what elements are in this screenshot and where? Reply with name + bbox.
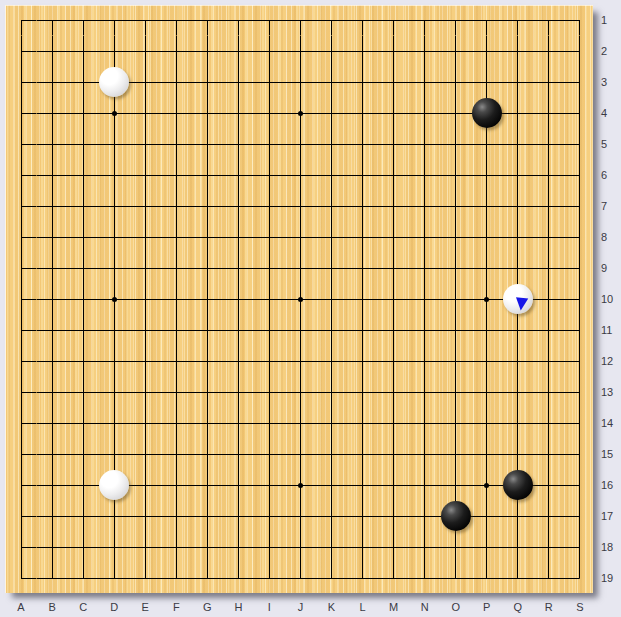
intersection-C9[interactable] [68, 253, 99, 284]
intersection-A10[interactable] [6, 284, 37, 315]
intersection-P13[interactable] [471, 377, 502, 408]
intersection-A8[interactable] [6, 222, 37, 253]
intersection-S15[interactable] [564, 439, 595, 470]
intersection-M3[interactable] [378, 67, 409, 98]
intersection-D3[interactable]: ○ [99, 67, 130, 98]
intersection-C5[interactable] [68, 129, 99, 160]
intersection-R16[interactable] [533, 470, 564, 501]
intersection-K1[interactable] [316, 5, 347, 36]
intersection-Q16[interactable]: ● [502, 470, 533, 501]
intersection-M10[interactable] [378, 284, 409, 315]
intersection-Q19[interactable] [502, 563, 533, 594]
intersection-E18[interactable] [130, 532, 161, 563]
intersection-A14[interactable] [6, 408, 37, 439]
intersection-H10[interactable] [223, 284, 254, 315]
intersection-N7[interactable] [409, 191, 440, 222]
intersection-M16[interactable] [378, 470, 409, 501]
intersection-L9[interactable] [347, 253, 378, 284]
intersection-N18[interactable] [409, 532, 440, 563]
intersection-L18[interactable] [347, 532, 378, 563]
intersection-N4[interactable] [409, 98, 440, 129]
intersection-R13[interactable] [533, 377, 564, 408]
intersection-P11[interactable] [471, 315, 502, 346]
intersection-C6[interactable] [68, 160, 99, 191]
intersection-L11[interactable] [347, 315, 378, 346]
intersection-A13[interactable] [6, 377, 37, 408]
intersection-S8[interactable] [564, 222, 595, 253]
intersection-C4[interactable] [68, 98, 99, 129]
intersection-P17[interactable] [471, 501, 502, 532]
intersection-J12[interactable] [285, 346, 316, 377]
intersection-K7[interactable] [316, 191, 347, 222]
intersection-B5[interactable] [37, 129, 68, 160]
intersection-C17[interactable] [68, 501, 99, 532]
intersection-Q17[interactable] [502, 501, 533, 532]
intersection-D5[interactable] [99, 129, 130, 160]
intersection-F19[interactable] [161, 563, 192, 594]
intersection-E19[interactable] [130, 563, 161, 594]
intersection-N17[interactable] [409, 501, 440, 532]
intersection-G14[interactable] [192, 408, 223, 439]
intersection-R5[interactable] [533, 129, 564, 160]
intersection-M5[interactable] [378, 129, 409, 160]
intersection-S3[interactable] [564, 67, 595, 98]
intersection-R17[interactable] [533, 501, 564, 532]
intersection-Q14[interactable] [502, 408, 533, 439]
intersection-K5[interactable] [316, 129, 347, 160]
intersection-O14[interactable] [440, 408, 471, 439]
intersection-G11[interactable] [192, 315, 223, 346]
intersection-K14[interactable] [316, 408, 347, 439]
intersection-E8[interactable] [130, 222, 161, 253]
intersection-A7[interactable] [6, 191, 37, 222]
intersection-P7[interactable] [471, 191, 502, 222]
intersection-K11[interactable] [316, 315, 347, 346]
intersection-G16[interactable] [192, 470, 223, 501]
intersection-K10[interactable] [316, 284, 347, 315]
intersection-N8[interactable] [409, 222, 440, 253]
intersection-C8[interactable] [68, 222, 99, 253]
intersection-C12[interactable] [68, 346, 99, 377]
intersection-P1[interactable] [471, 5, 502, 36]
intersection-O18[interactable] [440, 532, 471, 563]
intersection-Q3[interactable] [502, 67, 533, 98]
intersection-G15[interactable] [192, 439, 223, 470]
intersection-P15[interactable] [471, 439, 502, 470]
intersection-K3[interactable] [316, 67, 347, 98]
intersection-Q10[interactable]: ○ [502, 284, 533, 315]
intersection-L2[interactable] [347, 36, 378, 67]
intersection-I5[interactable] [254, 129, 285, 160]
intersection-J4[interactable] [285, 98, 316, 129]
intersection-G5[interactable] [192, 129, 223, 160]
intersection-M1[interactable] [378, 5, 409, 36]
intersection-Q11[interactable] [502, 315, 533, 346]
intersection-B8[interactable] [37, 222, 68, 253]
intersection-G17[interactable] [192, 501, 223, 532]
intersection-R12[interactable] [533, 346, 564, 377]
intersection-J17[interactable] [285, 501, 316, 532]
intersection-M11[interactable] [378, 315, 409, 346]
intersection-S19[interactable] [564, 563, 595, 594]
intersection-P5[interactable] [471, 129, 502, 160]
intersection-D13[interactable] [99, 377, 130, 408]
intersection-H19[interactable] [223, 563, 254, 594]
intersection-L14[interactable] [347, 408, 378, 439]
intersection-M15[interactable] [378, 439, 409, 470]
intersection-G8[interactable] [192, 222, 223, 253]
intersection-R4[interactable] [533, 98, 564, 129]
intersection-S7[interactable] [564, 191, 595, 222]
intersection-R18[interactable] [533, 532, 564, 563]
intersection-O16[interactable] [440, 470, 471, 501]
intersection-K12[interactable] [316, 346, 347, 377]
intersection-P6[interactable] [471, 160, 502, 191]
intersection-F8[interactable] [161, 222, 192, 253]
intersection-N16[interactable] [409, 470, 440, 501]
intersection-S4[interactable] [564, 98, 595, 129]
intersection-C16[interactable] [68, 470, 99, 501]
intersection-S1[interactable] [564, 5, 595, 36]
intersection-L10[interactable] [347, 284, 378, 315]
intersection-I9[interactable] [254, 253, 285, 284]
intersection-D15[interactable] [99, 439, 130, 470]
intersection-K19[interactable] [316, 563, 347, 594]
intersection-C19[interactable] [68, 563, 99, 594]
intersection-I4[interactable] [254, 98, 285, 129]
intersection-D17[interactable] [99, 501, 130, 532]
intersection-I17[interactable] [254, 501, 285, 532]
intersection-M18[interactable] [378, 532, 409, 563]
intersection-H1[interactable] [223, 5, 254, 36]
intersection-I12[interactable] [254, 346, 285, 377]
intersection-H16[interactable] [223, 470, 254, 501]
intersection-F5[interactable] [161, 129, 192, 160]
intersection-A4[interactable] [6, 98, 37, 129]
intersection-O2[interactable] [440, 36, 471, 67]
intersection-B19[interactable] [37, 563, 68, 594]
intersection-K9[interactable] [316, 253, 347, 284]
intersection-F18[interactable] [161, 532, 192, 563]
intersection-L15[interactable] [347, 439, 378, 470]
intersection-J7[interactable] [285, 191, 316, 222]
intersection-F7[interactable] [161, 191, 192, 222]
intersection-J8[interactable] [285, 222, 316, 253]
intersection-D4[interactable] [99, 98, 130, 129]
intersection-C11[interactable] [68, 315, 99, 346]
intersection-O8[interactable] [440, 222, 471, 253]
intersection-K2[interactable] [316, 36, 347, 67]
intersection-O4[interactable] [440, 98, 471, 129]
intersection-R19[interactable] [533, 563, 564, 594]
intersection-J15[interactable] [285, 439, 316, 470]
intersection-D6[interactable] [99, 160, 130, 191]
intersection-C14[interactable] [68, 408, 99, 439]
intersection-F9[interactable] [161, 253, 192, 284]
intersection-E5[interactable] [130, 129, 161, 160]
intersection-H5[interactable] [223, 129, 254, 160]
intersection-S2[interactable] [564, 36, 595, 67]
intersection-C2[interactable] [68, 36, 99, 67]
intersection-Q9[interactable] [502, 253, 533, 284]
intersection-F16[interactable] [161, 470, 192, 501]
intersection-D1[interactable] [99, 5, 130, 36]
intersection-Q1[interactable] [502, 5, 533, 36]
intersection-P9[interactable] [471, 253, 502, 284]
intersection-E1[interactable] [130, 5, 161, 36]
intersection-O3[interactable] [440, 67, 471, 98]
intersection-D11[interactable] [99, 315, 130, 346]
intersection-F10[interactable] [161, 284, 192, 315]
intersection-L5[interactable] [347, 129, 378, 160]
intersection-A5[interactable] [6, 129, 37, 160]
intersection-I11[interactable] [254, 315, 285, 346]
intersection-K16[interactable] [316, 470, 347, 501]
intersection-I2[interactable] [254, 36, 285, 67]
intersection-D10[interactable] [99, 284, 130, 315]
intersection-E13[interactable] [130, 377, 161, 408]
intersection-S13[interactable] [564, 377, 595, 408]
intersection-H2[interactable] [223, 36, 254, 67]
intersection-A17[interactable] [6, 501, 37, 532]
intersection-S12[interactable] [564, 346, 595, 377]
intersection-O5[interactable] [440, 129, 471, 160]
intersection-G1[interactable] [192, 5, 223, 36]
intersection-I8[interactable] [254, 222, 285, 253]
intersection-L8[interactable] [347, 222, 378, 253]
intersection-E14[interactable] [130, 408, 161, 439]
intersection-H6[interactable] [223, 160, 254, 191]
intersection-A18[interactable] [6, 532, 37, 563]
intersection-M4[interactable] [378, 98, 409, 129]
intersection-C10[interactable] [68, 284, 99, 315]
intersection-J1[interactable] [285, 5, 316, 36]
intersection-I1[interactable] [254, 5, 285, 36]
intersection-K18[interactable] [316, 532, 347, 563]
intersection-L1[interactable] [347, 5, 378, 36]
intersection-L17[interactable] [347, 501, 378, 532]
intersection-O11[interactable] [440, 315, 471, 346]
intersection-L3[interactable] [347, 67, 378, 98]
intersection-J10[interactable] [285, 284, 316, 315]
intersection-F13[interactable] [161, 377, 192, 408]
intersection-S16[interactable] [564, 470, 595, 501]
intersection-J18[interactable] [285, 532, 316, 563]
intersection-F6[interactable] [161, 160, 192, 191]
intersection-I7[interactable] [254, 191, 285, 222]
intersection-I3[interactable] [254, 67, 285, 98]
intersection-B1[interactable] [37, 5, 68, 36]
intersection-J13[interactable] [285, 377, 316, 408]
intersection-M12[interactable] [378, 346, 409, 377]
intersection-D19[interactable] [99, 563, 130, 594]
intersection-A15[interactable] [6, 439, 37, 470]
intersection-A3[interactable] [6, 67, 37, 98]
intersection-H18[interactable] [223, 532, 254, 563]
intersection-M9[interactable] [378, 253, 409, 284]
intersection-I18[interactable] [254, 532, 285, 563]
intersection-N5[interactable] [409, 129, 440, 160]
intersection-B14[interactable] [37, 408, 68, 439]
intersection-H15[interactable] [223, 439, 254, 470]
intersection-A11[interactable] [6, 315, 37, 346]
intersection-H8[interactable] [223, 222, 254, 253]
intersection-O13[interactable] [440, 377, 471, 408]
intersection-B4[interactable] [37, 98, 68, 129]
intersection-G10[interactable] [192, 284, 223, 315]
intersection-M13[interactable] [378, 377, 409, 408]
intersection-B17[interactable] [37, 501, 68, 532]
intersection-Q5[interactable] [502, 129, 533, 160]
intersection-E7[interactable] [130, 191, 161, 222]
intersection-E12[interactable] [130, 346, 161, 377]
intersection-P19[interactable] [471, 563, 502, 594]
intersection-R15[interactable] [533, 439, 564, 470]
intersection-R8[interactable] [533, 222, 564, 253]
intersection-N15[interactable] [409, 439, 440, 470]
intersection-Q8[interactable] [502, 222, 533, 253]
intersection-I13[interactable] [254, 377, 285, 408]
intersection-J2[interactable] [285, 36, 316, 67]
intersection-G7[interactable] [192, 191, 223, 222]
intersection-S11[interactable] [564, 315, 595, 346]
intersection-F2[interactable] [161, 36, 192, 67]
intersection-A9[interactable] [6, 253, 37, 284]
intersection-G19[interactable] [192, 563, 223, 594]
intersection-H17[interactable] [223, 501, 254, 532]
intersection-D8[interactable] [99, 222, 130, 253]
intersection-E11[interactable] [130, 315, 161, 346]
intersection-A19[interactable] [6, 563, 37, 594]
intersection-G9[interactable] [192, 253, 223, 284]
intersection-B6[interactable] [37, 160, 68, 191]
intersection-C15[interactable] [68, 439, 99, 470]
intersection-H7[interactable] [223, 191, 254, 222]
intersection-E2[interactable] [130, 36, 161, 67]
intersection-D18[interactable] [99, 532, 130, 563]
intersection-D9[interactable] [99, 253, 130, 284]
intersection-A12[interactable] [6, 346, 37, 377]
intersection-Q6[interactable] [502, 160, 533, 191]
intersection-B13[interactable] [37, 377, 68, 408]
intersection-J19[interactable] [285, 563, 316, 594]
intersection-S17[interactable] [564, 501, 595, 532]
intersection-K4[interactable] [316, 98, 347, 129]
intersection-R1[interactable] [533, 5, 564, 36]
intersection-G2[interactable] [192, 36, 223, 67]
intersection-M6[interactable] [378, 160, 409, 191]
intersection-C3[interactable] [68, 67, 99, 98]
intersection-I15[interactable] [254, 439, 285, 470]
intersection-D2[interactable] [99, 36, 130, 67]
intersection-A1[interactable] [6, 5, 37, 36]
intersection-J14[interactable] [285, 408, 316, 439]
intersection-F11[interactable] [161, 315, 192, 346]
intersection-L7[interactable] [347, 191, 378, 222]
intersection-B3[interactable] [37, 67, 68, 98]
intersection-N1[interactable] [409, 5, 440, 36]
intersection-E17[interactable] [130, 501, 161, 532]
intersection-H14[interactable] [223, 408, 254, 439]
intersection-J16[interactable] [285, 470, 316, 501]
intersection-P18[interactable] [471, 532, 502, 563]
intersection-S5[interactable] [564, 129, 595, 160]
intersection-I10[interactable] [254, 284, 285, 315]
intersection-E3[interactable] [130, 67, 161, 98]
intersection-L12[interactable] [347, 346, 378, 377]
intersection-F3[interactable] [161, 67, 192, 98]
intersection-R14[interactable] [533, 408, 564, 439]
intersection-C7[interactable] [68, 191, 99, 222]
intersection-A2[interactable] [6, 36, 37, 67]
intersection-F1[interactable] [161, 5, 192, 36]
intersection-I14[interactable] [254, 408, 285, 439]
intersection-K6[interactable] [316, 160, 347, 191]
intersection-P8[interactable] [471, 222, 502, 253]
intersection-G4[interactable] [192, 98, 223, 129]
intersection-N19[interactable] [409, 563, 440, 594]
intersection-P16[interactable] [471, 470, 502, 501]
intersection-O7[interactable] [440, 191, 471, 222]
intersection-R10[interactable] [533, 284, 564, 315]
intersection-B12[interactable] [37, 346, 68, 377]
intersection-H13[interactable] [223, 377, 254, 408]
intersection-I19[interactable] [254, 563, 285, 594]
intersection-P2[interactable] [471, 36, 502, 67]
intersection-L16[interactable] [347, 470, 378, 501]
intersection-L6[interactable] [347, 160, 378, 191]
intersection-I6[interactable] [254, 160, 285, 191]
intersection-N12[interactable] [409, 346, 440, 377]
intersection-B16[interactable] [37, 470, 68, 501]
intersection-F12[interactable] [161, 346, 192, 377]
intersection-N6[interactable] [409, 160, 440, 191]
intersection-C13[interactable] [68, 377, 99, 408]
intersection-J11[interactable] [285, 315, 316, 346]
intersection-G12[interactable] [192, 346, 223, 377]
intersection-E6[interactable] [130, 160, 161, 191]
intersection-S14[interactable] [564, 408, 595, 439]
intersection-F15[interactable] [161, 439, 192, 470]
intersection-L13[interactable] [347, 377, 378, 408]
intersection-Q13[interactable] [502, 377, 533, 408]
intersection-P10[interactable] [471, 284, 502, 315]
intersection-R9[interactable] [533, 253, 564, 284]
intersection-O19[interactable] [440, 563, 471, 594]
intersection-R2[interactable] [533, 36, 564, 67]
intersection-P14[interactable] [471, 408, 502, 439]
intersection-H4[interactable] [223, 98, 254, 129]
intersection-S6[interactable] [564, 160, 595, 191]
intersection-M7[interactable] [378, 191, 409, 222]
intersection-Q2[interactable] [502, 36, 533, 67]
intersection-O15[interactable] [440, 439, 471, 470]
intersection-P4[interactable]: ● [471, 98, 502, 129]
intersection-N10[interactable] [409, 284, 440, 315]
intersection-M19[interactable] [378, 563, 409, 594]
intersection-N2[interactable] [409, 36, 440, 67]
intersection-K17[interactable] [316, 501, 347, 532]
intersection-G18[interactable] [192, 532, 223, 563]
intersection-G3[interactable] [192, 67, 223, 98]
intersection-P3[interactable] [471, 67, 502, 98]
intersection-N3[interactable] [409, 67, 440, 98]
intersection-D7[interactable] [99, 191, 130, 222]
intersection-R7[interactable] [533, 191, 564, 222]
intersection-M14[interactable] [378, 408, 409, 439]
intersection-J5[interactable] [285, 129, 316, 160]
intersection-D12[interactable] [99, 346, 130, 377]
